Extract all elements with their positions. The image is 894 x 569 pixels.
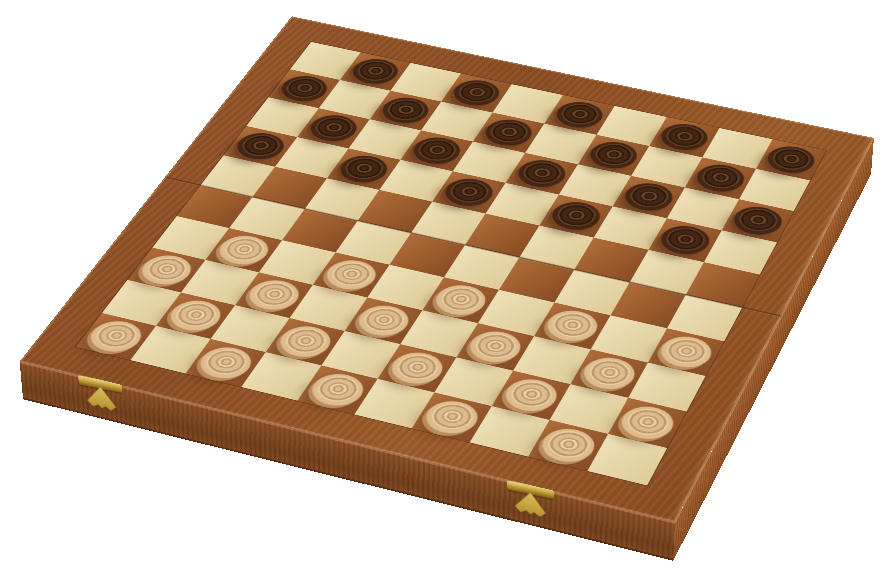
square-r10c9[interactable] xyxy=(528,420,608,471)
square-r8c7[interactable] xyxy=(456,323,534,371)
square-r6c7[interactable] xyxy=(499,257,574,302)
square-r9c7 xyxy=(434,357,513,406)
square-r10c5[interactable] xyxy=(298,365,378,414)
square-r8c3[interactable] xyxy=(235,272,313,318)
square-r8c2 xyxy=(181,260,259,305)
draughts-board xyxy=(20,16,874,522)
square-r9c3 xyxy=(211,305,290,352)
square-r6c6 xyxy=(444,245,519,290)
square-r10c10 xyxy=(587,434,667,486)
square-r7c6[interactable] xyxy=(422,277,499,323)
square-r8c6 xyxy=(400,310,478,357)
square-r10c7[interactable] xyxy=(412,392,492,442)
square-r10c8 xyxy=(470,406,550,457)
square-r6c10 xyxy=(667,295,742,342)
square-r8c5[interactable] xyxy=(345,297,423,344)
square-r8c4 xyxy=(290,285,368,331)
square-r10c3[interactable] xyxy=(186,339,266,387)
square-r6c9[interactable] xyxy=(610,282,685,328)
square-r9c1 xyxy=(102,280,181,326)
square-r6c8 xyxy=(554,270,629,316)
square-r7c10[interactable] xyxy=(648,328,724,376)
square-r7c9 xyxy=(591,315,667,362)
square-r9c9 xyxy=(550,384,629,434)
board-top-surface xyxy=(20,16,874,522)
square-r5c10[interactable] xyxy=(686,262,760,307)
product-photo-scene xyxy=(0,0,894,569)
square-r9c10[interactable] xyxy=(608,398,687,448)
square-r10c4 xyxy=(241,352,321,401)
square-r9c5 xyxy=(321,331,400,379)
square-r7c7 xyxy=(478,290,554,336)
square-r10c1[interactable] xyxy=(76,313,156,360)
square-r9c8[interactable] xyxy=(492,371,571,420)
square-r7c5 xyxy=(367,265,444,310)
square-r10c2 xyxy=(130,326,210,374)
square-r8c8 xyxy=(513,336,591,384)
square-r5c9 xyxy=(630,250,704,295)
square-r7c3 xyxy=(259,240,336,285)
square-r8c9[interactable] xyxy=(570,349,647,397)
square-r9c4[interactable] xyxy=(266,318,345,365)
square-r9c2[interactable] xyxy=(156,292,235,338)
square-r8c10 xyxy=(628,363,705,412)
square-r9c6[interactable] xyxy=(378,344,457,392)
square-r7c4[interactable] xyxy=(313,252,390,297)
square-r10c6 xyxy=(354,379,434,429)
square-r8c1[interactable] xyxy=(127,248,205,293)
square-r7c8[interactable] xyxy=(534,302,610,349)
